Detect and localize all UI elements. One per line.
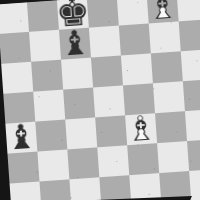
square-g4 xyxy=(185,109,200,141)
square-e5 xyxy=(123,83,155,115)
square-a8 xyxy=(0,2,29,34)
square-c3 xyxy=(67,147,99,179)
square-g2 xyxy=(189,169,200,200)
square-e4 xyxy=(125,113,157,145)
square-c2 xyxy=(69,177,101,200)
square-c5 xyxy=(63,88,95,120)
square-g7 xyxy=(179,19,200,51)
square-e3 xyxy=(127,143,159,175)
square-d2 xyxy=(99,175,131,200)
square-c4 xyxy=(65,117,97,149)
photo-edge-left xyxy=(0,148,4,181)
square-f6 xyxy=(151,51,183,83)
square-d3 xyxy=(97,145,129,177)
square-c7 xyxy=(59,28,91,60)
square-a6 xyxy=(1,62,33,94)
square-a7 xyxy=(0,32,31,64)
square-a5 xyxy=(3,92,35,124)
square-e2 xyxy=(129,173,161,200)
square-f3 xyxy=(157,141,189,173)
square-g3 xyxy=(187,139,200,171)
square-a3 xyxy=(7,152,39,184)
chess-board: ♚♝♝♗♝♝♗ xyxy=(0,0,200,200)
square-g5 xyxy=(183,79,200,111)
square-d4 xyxy=(95,115,127,147)
square-d8 xyxy=(87,0,119,28)
square-a2 xyxy=(10,181,42,200)
square-c8 xyxy=(57,0,89,30)
square-b8 xyxy=(27,0,59,32)
square-b6 xyxy=(31,60,63,92)
square-f7 xyxy=(149,21,181,53)
square-f4 xyxy=(155,111,187,143)
square-e6 xyxy=(121,53,153,85)
square-c6 xyxy=(61,58,93,90)
board-photo: ♚♝♝♗♝♝♗ xyxy=(0,0,200,200)
square-a4 xyxy=(5,122,37,154)
square-e7 xyxy=(119,23,151,55)
square-f5 xyxy=(153,81,185,113)
square-d7 xyxy=(89,26,121,58)
square-b5 xyxy=(33,90,65,122)
square-g8 xyxy=(177,0,200,21)
square-f2 xyxy=(159,171,191,200)
square-b3 xyxy=(37,149,69,181)
square-d5 xyxy=(93,85,125,117)
square-g6 xyxy=(181,49,200,81)
square-e8 xyxy=(117,0,149,26)
square-b2 xyxy=(39,179,71,200)
square-d6 xyxy=(91,55,123,87)
square-f8 xyxy=(147,0,179,23)
square-b4 xyxy=(35,120,67,152)
square-b7 xyxy=(29,30,61,62)
